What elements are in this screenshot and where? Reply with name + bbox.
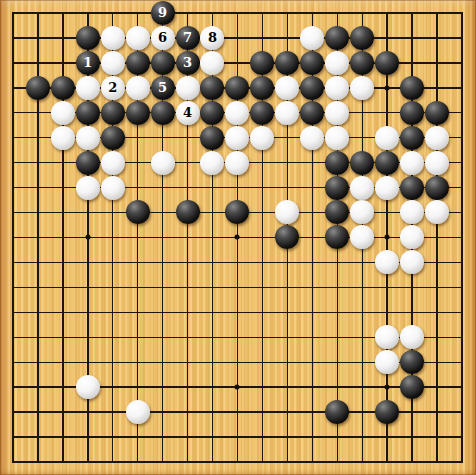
- white-stone[interactable]: 6: [151, 26, 175, 50]
- intersection[interactable]: [25, 50, 50, 75]
- white-stone[interactable]: [325, 51, 349, 75]
- intersection[interactable]: [400, 300, 425, 325]
- intersection[interactable]: 7: [175, 25, 200, 50]
- intersection[interactable]: 6: [150, 25, 175, 50]
- intersection[interactable]: [1, 400, 26, 425]
- intersection[interactable]: [225, 75, 250, 100]
- intersection[interactable]: [250, 375, 275, 400]
- intersection[interactable]: [1, 125, 26, 150]
- intersection[interactable]: [100, 325, 125, 350]
- black-stone[interactable]: [300, 76, 324, 100]
- intersection[interactable]: [250, 175, 275, 200]
- intersection[interactable]: [175, 200, 200, 225]
- intersection[interactable]: [100, 350, 125, 375]
- black-stone[interactable]: [151, 101, 175, 125]
- intersection[interactable]: [225, 449, 250, 474]
- intersection[interactable]: [400, 250, 425, 275]
- intersection[interactable]: [125, 350, 150, 375]
- intersection[interactable]: [300, 150, 325, 175]
- intersection[interactable]: [424, 75, 449, 100]
- intersection[interactable]: [100, 175, 125, 200]
- intersection[interactable]: [325, 250, 350, 275]
- intersection[interactable]: [100, 100, 125, 125]
- intersection[interactable]: [325, 424, 350, 449]
- intersection[interactable]: [125, 424, 150, 449]
- black-stone[interactable]: [176, 200, 200, 224]
- intersection[interactable]: [200, 125, 225, 150]
- intersection[interactable]: [225, 125, 250, 150]
- intersection[interactable]: [175, 424, 200, 449]
- intersection[interactable]: [225, 150, 250, 175]
- white-stone[interactable]: [350, 200, 374, 224]
- intersection[interactable]: [424, 50, 449, 75]
- intersection[interactable]: [375, 424, 400, 449]
- intersection[interactable]: [400, 1, 425, 26]
- intersection[interactable]: [100, 150, 125, 175]
- intersection[interactable]: [275, 1, 300, 26]
- intersection[interactable]: [449, 250, 474, 275]
- intersection[interactable]: [75, 200, 100, 225]
- intersection[interactable]: [375, 350, 400, 375]
- intersection[interactable]: [1, 325, 26, 350]
- black-stone[interactable]: [375, 151, 399, 175]
- intersection[interactable]: [350, 449, 375, 474]
- intersection[interactable]: [175, 250, 200, 275]
- intersection[interactable]: [275, 150, 300, 175]
- intersection[interactable]: [300, 350, 325, 375]
- intersection[interactable]: [375, 275, 400, 300]
- intersection[interactable]: [400, 400, 425, 425]
- white-stone[interactable]: [275, 101, 299, 125]
- intersection[interactable]: [200, 424, 225, 449]
- go-board[interactable]: 967813254: [0, 0, 476, 475]
- intersection[interactable]: [1, 350, 26, 375]
- intersection[interactable]: [25, 300, 50, 325]
- intersection[interactable]: [1, 200, 26, 225]
- intersection[interactable]: [50, 125, 75, 150]
- black-stone[interactable]: [350, 26, 374, 50]
- intersection[interactable]: [100, 25, 125, 50]
- intersection[interactable]: [125, 375, 150, 400]
- intersection[interactable]: [275, 75, 300, 100]
- black-stone[interactable]: 1: [76, 51, 100, 75]
- black-stone[interactable]: [425, 101, 449, 125]
- black-stone[interactable]: [200, 126, 224, 150]
- white-stone[interactable]: [151, 151, 175, 175]
- intersection[interactable]: [275, 125, 300, 150]
- intersection[interactable]: [225, 375, 250, 400]
- black-stone[interactable]: [350, 51, 374, 75]
- intersection[interactable]: [375, 325, 400, 350]
- intersection[interactable]: [175, 125, 200, 150]
- intersection[interactable]: [25, 325, 50, 350]
- intersection[interactable]: [1, 150, 26, 175]
- intersection[interactable]: [350, 25, 375, 50]
- intersection[interactable]: [125, 125, 150, 150]
- intersection[interactable]: [300, 325, 325, 350]
- white-stone[interactable]: [101, 176, 125, 200]
- intersection[interactable]: [325, 175, 350, 200]
- intersection[interactable]: [350, 250, 375, 275]
- intersection[interactable]: [200, 375, 225, 400]
- intersection[interactable]: [275, 175, 300, 200]
- intersection[interactable]: [449, 75, 474, 100]
- intersection[interactable]: [175, 375, 200, 400]
- intersection[interactable]: 1: [75, 50, 100, 75]
- intersection[interactable]: [50, 375, 75, 400]
- intersection[interactable]: [75, 325, 100, 350]
- intersection[interactable]: [449, 275, 474, 300]
- intersection[interactable]: [100, 200, 125, 225]
- intersection[interactable]: [75, 1, 100, 26]
- black-stone[interactable]: [250, 51, 274, 75]
- intersection[interactable]: [150, 150, 175, 175]
- white-stone[interactable]: 2: [101, 76, 125, 100]
- intersection[interactable]: [250, 150, 275, 175]
- intersection[interactable]: [125, 1, 150, 26]
- white-stone[interactable]: [400, 200, 424, 224]
- intersection[interactable]: [424, 150, 449, 175]
- intersection[interactable]: [75, 350, 100, 375]
- intersection[interactable]: [150, 449, 175, 474]
- intersection[interactable]: [275, 275, 300, 300]
- intersection[interactable]: [424, 1, 449, 26]
- intersection[interactable]: [400, 424, 425, 449]
- black-stone[interactable]: [325, 225, 349, 249]
- intersection[interactable]: [449, 300, 474, 325]
- intersection[interactable]: [1, 175, 26, 200]
- intersection[interactable]: [25, 250, 50, 275]
- intersection[interactable]: [275, 50, 300, 75]
- intersection[interactable]: [250, 325, 275, 350]
- black-stone[interactable]: 7: [176, 26, 200, 50]
- intersection[interactable]: 2: [100, 75, 125, 100]
- intersection[interactable]: [325, 125, 350, 150]
- black-stone[interactable]: [275, 225, 299, 249]
- intersection[interactable]: [25, 225, 50, 250]
- white-stone[interactable]: [275, 200, 299, 224]
- intersection[interactable]: [424, 400, 449, 425]
- intersection[interactable]: [424, 449, 449, 474]
- intersection[interactable]: [350, 100, 375, 125]
- intersection[interactable]: [300, 175, 325, 200]
- intersection[interactable]: [275, 200, 300, 225]
- intersection[interactable]: [200, 250, 225, 275]
- black-stone[interactable]: [375, 400, 399, 424]
- intersection[interactable]: [225, 50, 250, 75]
- intersection[interactable]: [275, 350, 300, 375]
- black-stone[interactable]: [300, 101, 324, 125]
- intersection[interactable]: [225, 175, 250, 200]
- intersection[interactable]: [400, 200, 425, 225]
- intersection[interactable]: [150, 50, 175, 75]
- black-stone[interactable]: [126, 51, 150, 75]
- black-stone[interactable]: 9: [151, 1, 175, 25]
- intersection[interactable]: [375, 125, 400, 150]
- intersection[interactable]: [375, 75, 400, 100]
- intersection[interactable]: [125, 275, 150, 300]
- intersection[interactable]: [75, 150, 100, 175]
- intersection[interactable]: [449, 350, 474, 375]
- intersection[interactable]: [50, 50, 75, 75]
- white-stone[interactable]: [225, 151, 249, 175]
- intersection[interactable]: [1, 449, 26, 474]
- intersection[interactable]: [250, 75, 275, 100]
- intersection[interactable]: 8: [200, 25, 225, 50]
- intersection[interactable]: [50, 1, 75, 26]
- black-stone[interactable]: [225, 76, 249, 100]
- black-stone[interactable]: [325, 400, 349, 424]
- intersection[interactable]: [250, 50, 275, 75]
- intersection[interactable]: [125, 225, 150, 250]
- intersection[interactable]: [424, 350, 449, 375]
- intersection[interactable]: [150, 350, 175, 375]
- intersection[interactable]: [449, 125, 474, 150]
- intersection[interactable]: [400, 449, 425, 474]
- white-stone[interactable]: [76, 176, 100, 200]
- intersection[interactable]: [50, 250, 75, 275]
- white-stone[interactable]: 4: [176, 101, 200, 125]
- intersection[interactable]: [250, 225, 275, 250]
- intersection[interactable]: [400, 275, 425, 300]
- black-stone[interactable]: [400, 101, 424, 125]
- intersection[interactable]: [400, 350, 425, 375]
- black-stone[interactable]: [250, 76, 274, 100]
- intersection[interactable]: [250, 200, 275, 225]
- intersection[interactable]: [300, 300, 325, 325]
- white-stone[interactable]: [425, 126, 449, 150]
- intersection[interactable]: [125, 300, 150, 325]
- intersection[interactable]: [325, 275, 350, 300]
- black-stone[interactable]: [400, 350, 424, 374]
- intersection[interactable]: [325, 350, 350, 375]
- intersection[interactable]: [175, 275, 200, 300]
- intersection[interactable]: [250, 424, 275, 449]
- intersection[interactable]: [50, 150, 75, 175]
- intersection[interactable]: [350, 200, 375, 225]
- intersection[interactable]: [375, 375, 400, 400]
- intersection[interactable]: [1, 75, 26, 100]
- intersection[interactable]: [25, 350, 50, 375]
- intersection[interactable]: [50, 300, 75, 325]
- white-stone[interactable]: [225, 126, 249, 150]
- white-stone[interactable]: [425, 151, 449, 175]
- white-stone[interactable]: [76, 76, 100, 100]
- intersection[interactable]: [449, 449, 474, 474]
- intersection[interactable]: [150, 100, 175, 125]
- intersection[interactable]: [75, 250, 100, 275]
- intersection[interactable]: [25, 400, 50, 425]
- black-stone[interactable]: [51, 76, 75, 100]
- intersection[interactable]: [200, 275, 225, 300]
- white-stone[interactable]: [101, 51, 125, 75]
- black-stone[interactable]: [350, 151, 374, 175]
- white-stone[interactable]: [200, 151, 224, 175]
- intersection[interactable]: [250, 275, 275, 300]
- intersection[interactable]: [275, 300, 300, 325]
- intersection[interactable]: [275, 400, 300, 425]
- intersection[interactable]: [200, 200, 225, 225]
- intersection[interactable]: [449, 175, 474, 200]
- intersection[interactable]: [125, 100, 150, 125]
- white-stone[interactable]: [250, 126, 274, 150]
- intersection[interactable]: [424, 200, 449, 225]
- intersection[interactable]: [200, 300, 225, 325]
- intersection[interactable]: [150, 125, 175, 150]
- intersection[interactable]: [25, 200, 50, 225]
- intersection[interactable]: [275, 25, 300, 50]
- intersection[interactable]: [449, 325, 474, 350]
- black-stone[interactable]: [275, 51, 299, 75]
- white-stone[interactable]: [76, 126, 100, 150]
- intersection[interactable]: [25, 100, 50, 125]
- intersection[interactable]: [125, 449, 150, 474]
- white-stone[interactable]: [51, 126, 75, 150]
- intersection[interactable]: [325, 200, 350, 225]
- intersection[interactable]: [350, 350, 375, 375]
- intersection[interactable]: [375, 250, 400, 275]
- intersection[interactable]: [100, 50, 125, 75]
- intersection[interactable]: [75, 25, 100, 50]
- intersection[interactable]: [325, 325, 350, 350]
- intersection[interactable]: [75, 275, 100, 300]
- intersection[interactable]: [400, 75, 425, 100]
- intersection[interactable]: [225, 25, 250, 50]
- intersection[interactable]: [125, 200, 150, 225]
- intersection[interactable]: [325, 50, 350, 75]
- intersection[interactable]: [300, 375, 325, 400]
- intersection[interactable]: [449, 50, 474, 75]
- white-stone[interactable]: [101, 151, 125, 175]
- intersection[interactable]: [449, 225, 474, 250]
- intersection[interactable]: [275, 225, 300, 250]
- intersection[interactable]: [150, 225, 175, 250]
- intersection[interactable]: [375, 150, 400, 175]
- intersection[interactable]: [200, 50, 225, 75]
- white-stone[interactable]: [350, 225, 374, 249]
- intersection[interactable]: [225, 100, 250, 125]
- intersection[interactable]: [300, 25, 325, 50]
- intersection[interactable]: 3: [175, 50, 200, 75]
- intersection[interactable]: [325, 150, 350, 175]
- intersection[interactable]: [200, 225, 225, 250]
- intersection[interactable]: [350, 75, 375, 100]
- intersection[interactable]: [50, 175, 75, 200]
- intersection[interactable]: [424, 325, 449, 350]
- black-stone[interactable]: [425, 176, 449, 200]
- black-stone[interactable]: [225, 200, 249, 224]
- intersection[interactable]: [250, 100, 275, 125]
- intersection[interactable]: [325, 300, 350, 325]
- intersection[interactable]: [275, 424, 300, 449]
- intersection[interactable]: [200, 175, 225, 200]
- black-stone[interactable]: [400, 176, 424, 200]
- intersection[interactable]: [449, 100, 474, 125]
- intersection[interactable]: [175, 449, 200, 474]
- intersection[interactable]: [350, 125, 375, 150]
- intersection[interactable]: [325, 449, 350, 474]
- intersection[interactable]: [200, 150, 225, 175]
- intersection[interactable]: [325, 375, 350, 400]
- black-stone[interactable]: [200, 76, 224, 100]
- intersection[interactable]: [424, 424, 449, 449]
- intersection[interactable]: 9: [150, 1, 175, 26]
- intersection[interactable]: [449, 424, 474, 449]
- intersection[interactable]: [175, 225, 200, 250]
- black-stone[interactable]: [101, 126, 125, 150]
- intersection[interactable]: [100, 424, 125, 449]
- intersection[interactable]: [350, 150, 375, 175]
- intersection[interactable]: [400, 325, 425, 350]
- intersection[interactable]: [150, 424, 175, 449]
- intersection[interactable]: [25, 1, 50, 26]
- intersection[interactable]: [375, 400, 400, 425]
- intersection[interactable]: [150, 325, 175, 350]
- intersection[interactable]: [325, 25, 350, 50]
- intersection[interactable]: [175, 150, 200, 175]
- intersection[interactable]: [275, 325, 300, 350]
- intersection[interactable]: [449, 25, 474, 50]
- intersection[interactable]: [125, 50, 150, 75]
- black-stone[interactable]: [76, 26, 100, 50]
- intersection[interactable]: [325, 100, 350, 125]
- intersection[interactable]: [250, 400, 275, 425]
- intersection[interactable]: [200, 350, 225, 375]
- intersection[interactable]: [150, 275, 175, 300]
- intersection[interactable]: [375, 100, 400, 125]
- black-stone[interactable]: [325, 176, 349, 200]
- intersection[interactable]: [25, 375, 50, 400]
- intersection[interactable]: [50, 200, 75, 225]
- intersection[interactable]: [375, 25, 400, 50]
- intersection[interactable]: [1, 225, 26, 250]
- intersection[interactable]: [424, 25, 449, 50]
- black-stone[interactable]: 5: [151, 76, 175, 100]
- intersection[interactable]: [100, 1, 125, 26]
- intersection[interactable]: [125, 250, 150, 275]
- black-stone[interactable]: [325, 151, 349, 175]
- intersection[interactable]: [50, 449, 75, 474]
- intersection[interactable]: [125, 150, 150, 175]
- intersection[interactable]: [424, 375, 449, 400]
- intersection[interactable]: [150, 175, 175, 200]
- intersection[interactable]: [175, 350, 200, 375]
- intersection[interactable]: [375, 1, 400, 26]
- intersection[interactable]: [424, 225, 449, 250]
- black-stone[interactable]: [300, 51, 324, 75]
- white-stone[interactable]: [350, 76, 374, 100]
- black-stone[interactable]: [26, 76, 50, 100]
- intersection[interactable]: [125, 75, 150, 100]
- white-stone[interactable]: [76, 375, 100, 399]
- black-stone[interactable]: [151, 51, 175, 75]
- intersection[interactable]: [150, 375, 175, 400]
- intersection[interactable]: [75, 100, 100, 125]
- intersection[interactable]: [325, 75, 350, 100]
- intersection[interactable]: [25, 25, 50, 50]
- intersection[interactable]: [200, 400, 225, 425]
- intersection[interactable]: [449, 150, 474, 175]
- intersection[interactable]: [25, 150, 50, 175]
- intersection[interactable]: [400, 175, 425, 200]
- intersection[interactable]: [275, 375, 300, 400]
- intersection[interactable]: [1, 275, 26, 300]
- intersection[interactable]: [25, 75, 50, 100]
- intersection[interactable]: [350, 375, 375, 400]
- intersection[interactable]: [75, 449, 100, 474]
- intersection[interactable]: [125, 325, 150, 350]
- intersection[interactable]: [300, 200, 325, 225]
